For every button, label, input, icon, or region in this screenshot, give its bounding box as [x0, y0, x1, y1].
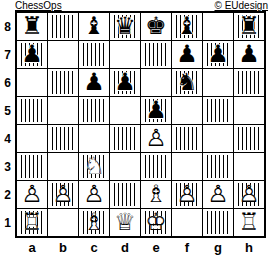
square-g1 — [203, 209, 233, 236]
file-label-e: e — [141, 240, 171, 255]
white-pawn: ♟♙ — [48, 181, 78, 208]
square-h5 — [234, 97, 264, 124]
square-a2: ♟♙ — [17, 181, 47, 208]
square-h8: ♜ — [234, 13, 264, 40]
rank-label-5: 5 — [0, 97, 15, 124]
square-a8: ♜ — [17, 13, 47, 40]
file-label-a: a — [17, 240, 47, 255]
square-c8: ♝ — [79, 13, 109, 40]
square-d6: ♟ — [110, 69, 140, 96]
white-pawn: ♟♙ — [79, 181, 109, 208]
black-bishop: ♝ — [172, 13, 202, 40]
square-a7: ♟ — [17, 41, 47, 68]
rank-label-6: 6 — [0, 69, 15, 96]
square-h7: ♟ — [234, 41, 264, 68]
white-pawn: ♟♙ — [203, 181, 233, 208]
black-pawn: ♟ — [79, 69, 109, 96]
square-h3 — [234, 153, 264, 180]
square-b6 — [48, 69, 78, 96]
square-a4 — [17, 125, 47, 152]
black-pawn: ♟ — [203, 41, 233, 68]
header: ChessOps © EUdesign — [0, 0, 270, 11]
chessops-page: ChessOps © EUdesign 87654321 ♜♝♛♚♝♜♟♟♟♟♟… — [0, 0, 270, 270]
square-b4 — [48, 125, 78, 152]
white-pawn: ♟♙ — [234, 181, 264, 208]
white-king: ♚♔ — [141, 209, 171, 236]
square-a6 — [17, 69, 47, 96]
square-e2: ♝♗ — [141, 181, 171, 208]
white-bishop: ♝♗ — [141, 181, 171, 208]
square-c4 — [79, 125, 109, 152]
file-label-b: b — [48, 240, 78, 255]
square-g2: ♟♙ — [203, 181, 233, 208]
square-h6 — [234, 69, 264, 96]
square-d5 — [110, 97, 140, 124]
black-pawn: ♟ — [172, 41, 202, 68]
square-b7 — [48, 41, 78, 68]
square-e8: ♚ — [141, 13, 171, 40]
square-c2: ♟♙ — [79, 181, 109, 208]
rank-label-2: 2 — [0, 181, 15, 208]
file-label-c: c — [79, 240, 109, 255]
square-f1 — [172, 209, 202, 236]
square-e7 — [141, 41, 171, 68]
square-g5 — [203, 97, 233, 124]
white-queen: ♛♕ — [110, 209, 140, 236]
square-c5 — [79, 97, 109, 124]
square-d3 — [110, 153, 140, 180]
white-rook: ♜♖ — [234, 209, 264, 236]
black-king: ♚ — [141, 13, 171, 40]
square-g4 — [203, 125, 233, 152]
square-g7: ♟ — [203, 41, 233, 68]
rank-label-4: 4 — [0, 125, 15, 152]
file-label-d: d — [110, 240, 140, 255]
rank-label-1: 1 — [0, 209, 15, 236]
square-b3 — [48, 153, 78, 180]
square-b1 — [48, 209, 78, 236]
square-d1: ♛♕ — [110, 209, 140, 236]
board-area: 87654321 ♜♝♛♚♝♜♟♟♟♟♟♟♞♟♟♙♞♘♟♙♟♙♟♙♝♗♟♙♟♙♟… — [0, 11, 270, 238]
square-a3 — [17, 153, 47, 180]
square-e3 — [141, 153, 171, 180]
file-label-f: f — [172, 240, 202, 255]
square-d4 — [110, 125, 140, 152]
square-c7 — [79, 41, 109, 68]
black-queen: ♛ — [110, 13, 140, 40]
square-g8 — [203, 13, 233, 40]
square-f7: ♟ — [172, 41, 202, 68]
square-e5: ♟ — [141, 97, 171, 124]
square-e6 — [141, 69, 171, 96]
black-rook: ♜ — [17, 13, 47, 40]
white-bishop: ♝♗ — [79, 209, 109, 236]
white-pawn: ♟♙ — [17, 181, 47, 208]
rank-labels: 87654321 — [0, 11, 15, 238]
square-f4 — [172, 125, 202, 152]
square-b8 — [48, 13, 78, 40]
rank-label-7: 7 — [0, 41, 15, 68]
black-pawn: ♟ — [17, 41, 47, 68]
square-e4: ♟♙ — [141, 125, 171, 152]
square-d2 — [110, 181, 140, 208]
file-label-h: h — [234, 240, 264, 255]
white-rook: ♜♖ — [17, 209, 47, 236]
square-b5 — [48, 97, 78, 124]
rank-label-8: 8 — [0, 13, 15, 40]
app-title-link[interactable]: ChessOps — [15, 0, 62, 11]
black-pawn: ♟ — [110, 69, 140, 96]
square-e1: ♚♔ — [141, 209, 171, 236]
square-h1: ♜♖ — [234, 209, 264, 236]
credit-link[interactable]: © EUdesign — [214, 0, 268, 11]
square-f6: ♞ — [172, 69, 202, 96]
black-knight: ♞ — [172, 69, 202, 96]
white-pawn: ♟♙ — [172, 181, 202, 208]
black-pawn: ♟ — [234, 41, 264, 68]
black-bishop: ♝ — [79, 13, 109, 40]
square-a1: ♜♖ — [17, 209, 47, 236]
white-knight: ♞♘ — [79, 153, 109, 180]
square-g6 — [203, 69, 233, 96]
square-c1: ♝♗ — [79, 209, 109, 236]
file-label-g: g — [203, 240, 233, 255]
black-rook: ♜ — [234, 13, 264, 40]
square-g3 — [203, 153, 233, 180]
square-h2: ♟♙ — [234, 181, 264, 208]
square-c3: ♞♘ — [79, 153, 109, 180]
rank-label-3: 3 — [0, 153, 15, 180]
chess-board: ♜♝♛♚♝♜♟♟♟♟♟♟♞♟♟♙♞♘♟♙♟♙♟♙♝♗♟♙♟♙♟♙♜♖♝♗♛♕♚♔… — [15, 11, 266, 238]
black-pawn: ♟ — [141, 97, 171, 124]
square-b2: ♟♙ — [48, 181, 78, 208]
square-a5 — [17, 97, 47, 124]
square-f5 — [172, 97, 202, 124]
square-f2: ♟♙ — [172, 181, 202, 208]
square-c6: ♟ — [79, 69, 109, 96]
square-f3 — [172, 153, 202, 180]
white-pawn: ♟♙ — [141, 125, 171, 152]
square-d7 — [110, 41, 140, 68]
square-d8: ♛ — [110, 13, 140, 40]
square-f8: ♝ — [172, 13, 202, 40]
file-labels: abcdefgh — [17, 240, 270, 255]
square-h4 — [234, 125, 264, 152]
